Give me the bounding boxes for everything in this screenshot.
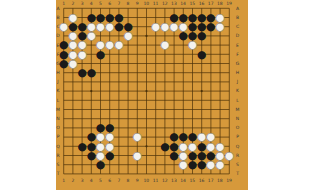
board-intersection[interactable] [188,50,197,59]
board-intersection[interactable] [160,50,169,59]
board-intersection[interactable] [142,142,151,151]
board-intersection[interactable] [215,96,224,105]
board-intersection[interactable] [206,31,215,40]
board-intersection[interactable] [87,114,96,123]
board-intersection[interactable] [188,169,197,178]
board-intersection[interactable] [105,169,114,178]
board-intersection[interactable] [133,40,142,49]
board-intersection[interactable] [160,86,169,95]
board-intersection[interactable] [215,123,224,132]
board-intersection[interactable] [96,86,105,95]
white-stone: ● [59,22,68,31]
board-intersection[interactable] [77,105,86,114]
board-intersection[interactable] [68,151,77,160]
board-intersection[interactable] [114,50,123,59]
board-intersection[interactable] [59,142,68,151]
board-intersections: ●●●●●●●●●●●●●●●●●●●●●●●●●●●●●●●●●●●●●●●●… [59,4,234,179]
board-intersection[interactable] [68,68,77,77]
board-intersection[interactable] [169,50,178,59]
board-intersection[interactable] [133,22,142,31]
board-intersection[interactable] [96,59,105,68]
board-intersection[interactable]: ● [224,151,233,160]
board-intersection[interactable] [105,160,114,169]
board-intersection[interactable] [133,105,142,114]
board-intersection[interactable] [105,96,114,105]
board-intersection[interactable] [197,96,206,105]
white-stone: ● [105,22,114,31]
board-intersection[interactable]: ● [77,68,86,77]
board-intersection[interactable] [151,50,160,59]
board-intersection[interactable] [206,68,215,77]
board-intersection[interactable] [151,169,160,178]
coord-label-right: M [235,105,241,114]
board-intersection[interactable] [77,77,86,86]
board-intersection[interactable] [151,40,160,49]
board-intersection[interactable] [123,132,132,141]
board-intersection[interactable]: ● [87,68,96,77]
board-intersection[interactable]: ● [59,22,68,31]
board-intersection[interactable] [68,96,77,105]
board-intersection[interactable] [215,105,224,114]
board-intersection[interactable] [142,59,151,68]
board-intersection[interactable] [77,151,86,160]
board-intersection[interactable] [142,4,151,13]
board-intersection[interactable] [206,59,215,68]
white-stone: ● [151,22,160,31]
go-board: 12345678910111213141516171819 1234567891… [56,0,248,190]
board-intersection[interactable] [105,105,114,114]
board-intersection[interactable] [224,68,233,77]
board-intersection[interactable] [68,86,77,95]
board-intersection[interactable] [114,105,123,114]
board-intersection[interactable] [77,96,86,105]
board-intersection[interactable] [206,50,215,59]
board-intersection[interactable]: ● [77,50,86,59]
board-intersection[interactable] [77,169,86,178]
board-intersection[interactable]: ● [206,160,215,169]
board-intersection[interactable] [215,59,224,68]
board-intersection[interactable] [179,40,188,49]
board-intersection[interactable] [59,105,68,114]
board-intersection[interactable] [142,86,151,95]
board-intersection[interactable]: ● [197,160,206,169]
board-intersection[interactable] [77,160,86,169]
board-intersection[interactable] [114,114,123,123]
board-intersection[interactable] [142,160,151,169]
board-intersection[interactable] [160,68,169,77]
board-intersection[interactable] [151,4,160,13]
board-intersection[interactable] [224,132,233,141]
board-intersection[interactable] [160,4,169,13]
board-intersection[interactable] [59,4,68,13]
board-intersection[interactable] [215,68,224,77]
board-intersection[interactable] [179,86,188,95]
coord-label-right: L [235,96,241,105]
board-intersection[interactable] [133,68,142,77]
board-intersection[interactable]: ● [151,22,160,31]
board-intersection[interactable] [114,160,123,169]
board-intersection[interactable]: ● [87,151,96,160]
board-intersection[interactable] [160,96,169,105]
board-intersection[interactable] [169,169,178,178]
board-intersection[interactable] [142,50,151,59]
board-intersection[interactable] [133,169,142,178]
board-intersection[interactable] [96,169,105,178]
board-intersection[interactable]: ● [215,22,224,31]
board-intersection[interactable]: ● [188,40,197,49]
board-intersection[interactable] [123,123,132,132]
white-stone: ● [133,132,142,141]
board-intersection[interactable] [151,142,160,151]
board-intersection[interactable] [68,77,77,86]
board-intersection[interactable] [59,151,68,160]
board-intersection[interactable] [142,68,151,77]
board-intersection[interactable] [151,68,160,77]
board-intersection[interactable] [188,114,197,123]
board-intersection[interactable] [96,105,105,114]
board-intersection[interactable] [169,96,178,105]
board-intersection[interactable] [105,59,114,68]
board-intersection[interactable] [114,123,123,132]
board-intersection[interactable] [68,105,77,114]
board-intersection[interactable] [123,96,132,105]
board-intersection[interactable] [133,160,142,169]
board-intersection[interactable] [123,86,132,95]
board-intersection[interactable] [142,123,151,132]
board-intersection[interactable] [169,86,178,95]
board-intersection[interactable] [133,86,142,95]
board-intersection[interactable] [188,86,197,95]
board-intersection[interactable] [224,105,233,114]
board-intersection[interactable] [197,169,206,178]
board-intersection[interactable]: ● [133,151,142,160]
board-intersection[interactable] [114,142,123,151]
board-intersection[interactable] [96,96,105,105]
board-intersection[interactable]: ● [96,160,105,169]
board-intersection[interactable] [77,123,86,132]
board-intersection[interactable] [206,86,215,95]
board-intersection[interactable] [142,40,151,49]
board-intersection[interactable] [123,77,132,86]
board-intersection[interactable] [142,114,151,123]
board-intersection[interactable] [215,114,224,123]
board-intersection[interactable] [188,68,197,77]
board-intersection[interactable] [142,13,151,22]
board-intersection[interactable] [169,105,178,114]
board-intersection[interactable] [133,13,142,22]
board-intersection[interactable] [105,86,114,95]
board-intersection[interactable] [188,59,197,68]
board-intersection[interactable] [151,105,160,114]
board-intersection[interactable] [197,86,206,95]
board-intersection[interactable] [179,59,188,68]
board-intersection[interactable] [215,169,224,178]
board-intersection[interactable]: ● [59,59,68,68]
board-intersection[interactable] [142,22,151,31]
board-intersection[interactable] [133,96,142,105]
board-intersection[interactable]: ● [87,31,96,40]
board-intersection[interactable]: ● [96,22,105,31]
board-intersection[interactable] [123,160,132,169]
board-intersection[interactable] [160,77,169,86]
board-intersection[interactable] [188,96,197,105]
board-intersection[interactable] [105,50,114,59]
board-intersection[interactable] [151,96,160,105]
board-intersection[interactable] [215,86,224,95]
board-intersection[interactable]: ● [169,22,178,31]
board-intersection[interactable] [142,96,151,105]
board-intersection[interactable] [160,114,169,123]
board-intersection[interactable] [179,114,188,123]
board-intersection[interactable]: ● [160,142,169,151]
coord-label-bottom: 19 [224,178,233,184]
coord-label-right: Q [235,142,241,151]
board-intersection[interactable] [59,96,68,105]
board-intersection[interactable] [224,123,233,132]
board-intersection[interactable] [59,123,68,132]
board-intersection[interactable] [133,50,142,59]
board-intersection[interactable] [87,169,96,178]
board-intersection[interactable] [114,68,123,77]
board-intersection[interactable] [133,77,142,86]
board-intersection[interactable] [206,77,215,86]
board-intersection[interactable] [59,132,68,141]
board-intersection[interactable] [224,59,233,68]
board-intersection[interactable] [87,86,96,95]
board-intersection[interactable] [123,169,132,178]
board-intersection[interactable] [87,160,96,169]
board-intersection[interactable]: ● [160,40,169,49]
board-intersection[interactable] [151,123,160,132]
board-intersection[interactable] [87,40,96,49]
board-intersection[interactable] [160,123,169,132]
board-intersection[interactable] [206,96,215,105]
board-intersection[interactable] [224,13,233,22]
board-intersection[interactable] [68,123,77,132]
board-intersection[interactable] [224,31,233,40]
board-intersection[interactable]: ● [215,160,224,169]
board-intersection[interactable] [87,77,96,86]
board-intersection[interactable] [197,59,206,68]
board-intersection[interactable]: ● [96,50,105,59]
board-intersection[interactable] [160,59,169,68]
board-intersection[interactable] [206,114,215,123]
board-intersection[interactable] [114,96,123,105]
board-intersection[interactable] [59,77,68,86]
board-intersection[interactable] [179,77,188,86]
board-intersection[interactable] [160,105,169,114]
board-intersection[interactable] [105,68,114,77]
board-intersection[interactable] [133,4,142,13]
board-intersection[interactable] [179,68,188,77]
board-intersection[interactable]: ● [105,151,114,160]
board-intersection[interactable] [151,132,160,141]
board-intersection[interactable]: ● [114,40,123,49]
board-intersection[interactable] [197,68,206,77]
board-intersection[interactable] [179,169,188,178]
board-intersection[interactable] [68,114,77,123]
board-intersection[interactable] [68,169,77,178]
board-intersection[interactable] [151,86,160,95]
board-intersection[interactable] [59,114,68,123]
board-intersection[interactable]: ● [160,22,169,31]
board-intersection[interactable]: ● [114,22,123,31]
board-intersection[interactable] [151,31,160,40]
board-intersection[interactable] [87,105,96,114]
board-intersection[interactable] [87,96,96,105]
board-intersection[interactable] [179,50,188,59]
board-intersection[interactable] [169,68,178,77]
board-intersection[interactable] [142,169,151,178]
board-intersection[interactable] [169,40,178,49]
board-intersection[interactable] [96,68,105,77]
coordinate-labels-bottom: 12345678910111213141516171819 [59,178,234,184]
board-intersection[interactable]: ● [123,31,132,40]
board-intersection[interactable] [188,77,197,86]
board-intersection[interactable] [224,4,233,13]
white-stone: ● [77,49,86,58]
coord-label-bottom: 2 [68,178,77,184]
board-intersection[interactable] [197,105,206,114]
coord-label-bottom: 10 [142,178,151,184]
board-intersection[interactable] [77,86,86,95]
board-intersection[interactable] [142,132,151,141]
board-intersection[interactable] [151,151,160,160]
black-stone: ● [77,68,86,77]
coord-label-right: G [235,59,241,68]
board-intersection[interactable] [224,50,233,59]
board-intersection[interactable] [87,50,96,59]
board-intersection[interactable] [142,105,151,114]
board-intersection[interactable] [77,4,86,13]
board-intersection[interactable] [224,114,233,123]
board-intersection[interactable] [151,114,160,123]
board-intersection[interactable] [68,132,77,141]
board-intersection[interactable]: ● [105,22,114,31]
coord-label-bottom: 8 [123,178,132,184]
board-intersection[interactable] [68,160,77,169]
board-intersection[interactable] [114,86,123,95]
board-intersection[interactable] [96,77,105,86]
board-intersection[interactable] [123,151,132,160]
board-intersection[interactable] [142,151,151,160]
board-intersection[interactable]: ● [77,142,86,151]
board-intersection[interactable] [142,77,151,86]
board-intersection[interactable]: ● [179,31,188,40]
board-intersection[interactable] [123,50,132,59]
board-intersection[interactable] [142,31,151,40]
board-intersection[interactable] [123,68,132,77]
board-intersection[interactable] [224,77,233,86]
board-intersection[interactable] [59,160,68,169]
board-intersection[interactable] [215,77,224,86]
board-intersection[interactable] [179,96,188,105]
board-intersection[interactable] [169,77,178,86]
board-intersection[interactable] [151,77,160,86]
board-intersection[interactable] [224,86,233,95]
board-intersection[interactable] [169,114,178,123]
board-intersection[interactable]: ● [188,160,197,169]
board-intersection[interactable]: ● [169,151,178,160]
board-intersection[interactable] [215,31,224,40]
board-intersection[interactable] [179,105,188,114]
board-intersection[interactable] [123,142,132,151]
board-intersection[interactable] [105,77,114,86]
board-intersection[interactable] [59,68,68,77]
board-intersection[interactable] [169,59,178,68]
board-intersection[interactable] [224,160,233,169]
board-intersection[interactable] [151,160,160,169]
board-intersection[interactable] [133,59,142,68]
board-intersection[interactable] [59,86,68,95]
board-intersection[interactable] [224,169,233,178]
board-intersection[interactable] [133,31,142,40]
board-intersection[interactable]: ● [133,132,142,141]
board-intersection[interactable] [123,4,132,13]
board-intersection[interactable] [206,105,215,114]
board-intersection[interactable] [114,59,123,68]
board-intersection[interactable] [123,40,132,49]
board-intersection[interactable] [197,114,206,123]
white-stone: ● [96,22,105,31]
board-intersection[interactable] [169,31,178,40]
board-intersection[interactable] [59,169,68,178]
coord-label-bottom: 13 [169,178,178,184]
board-intersection[interactable] [160,151,169,160]
board-intersection[interactable] [215,40,224,49]
coord-label-bottom: 7 [114,178,123,184]
board-intersection[interactable] [206,169,215,178]
coord-label-bottom: 6 [105,178,114,184]
board-intersection[interactable] [123,59,132,68]
board-intersection[interactable] [123,114,132,123]
board-intersection[interactable]: ● [68,59,77,68]
board-intersection[interactable] [123,105,132,114]
coord-label-right: C [235,22,241,31]
board-intersection[interactable]: ● [197,31,206,40]
board-intersection[interactable]: ● [105,40,114,49]
board-intersection[interactable] [77,114,86,123]
board-intersection[interactable] [206,40,215,49]
coord-label-right: S [235,160,241,169]
board-intersection[interactable] [114,77,123,86]
board-intersection[interactable] [114,169,123,178]
board-intersection[interactable] [114,151,123,160]
board-intersection[interactable] [114,132,123,141]
board-intersection[interactable] [197,77,206,86]
board-intersection[interactable] [160,160,169,169]
board-intersection[interactable] [188,105,197,114]
board-intersection[interactable] [68,142,77,151]
board-intersection[interactable] [133,114,142,123]
coord-label-bottom: 3 [77,178,86,184]
coord-label-right: F [235,50,241,59]
board-intersection[interactable]: ● [206,22,215,31]
board-intersection[interactable] [160,169,169,178]
board-intersection[interactable]: ● [179,160,188,169]
board-intersection[interactable] [215,50,224,59]
coord-label-bottom: 16 [197,178,206,184]
coord-label-right: N [235,114,241,123]
coord-label-right: O [235,123,241,132]
board-intersection[interactable]: ● [197,50,206,59]
board-intersection[interactable] [151,59,160,68]
board-intersection[interactable] [224,22,233,31]
board-intersection[interactable] [224,40,233,49]
board-intersection[interactable] [169,160,178,169]
board-intersection[interactable] [224,96,233,105]
black-stone: ● [206,22,215,31]
